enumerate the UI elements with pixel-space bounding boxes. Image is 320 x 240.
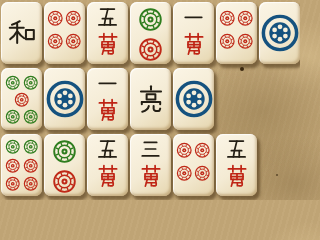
big-blue-circle-pip-icon [261,14,299,52]
red-circle-pip-icon [194,142,211,159]
red-circle-pip-icon [194,165,211,182]
tile-label: 一筒 [259,2,260,3]
red-circle-pip-icon [14,92,30,108]
word-character-亮-glyph [137,85,165,113]
tile-r2c5-一筒[interactable]: 一筒 [173,68,214,130]
big-blue-circle-pip-icon [175,80,213,118]
wan-character-glyph [225,162,249,190]
tile-r1c2-四筒[interactable]: 四筒 [44,2,85,64]
red-circle-pip-icon [65,33,82,50]
tile-r3c6-五萬[interactable]: 五萬 [216,134,257,196]
word-character-和-glyph [8,19,36,47]
numeral-一-glyph [182,6,205,28]
green-circle-pip-icon [23,109,39,125]
green-circle-pip-icon [138,7,163,32]
numeral-五-glyph [225,138,248,160]
red-circle-pip-icon [176,142,193,159]
red-circle-pip-icon [176,165,193,182]
numeral-五-glyph [96,138,119,160]
parchment-speck [240,67,244,71]
tile-r3c1-六筒[interactable]: 六筒 [1,134,42,196]
tile-r1c6-四筒[interactable]: 四筒 [216,2,257,64]
red-circle-pip-icon [237,33,254,50]
wan-character-glyph [96,162,120,190]
tile-r3c2-二筒[interactable]: 二筒 [44,134,85,196]
tile-label: 二筒 [130,2,131,3]
green-circle-pip-icon [52,139,77,164]
red-circle-pip-icon [5,158,21,174]
numeral-一-glyph [96,72,119,94]
red-circle-pip-icon [219,33,236,50]
tile-r2c2-一筒[interactable]: 一筒 [44,68,85,130]
parchment-speck [276,174,278,176]
tile-label: 一萬 [87,68,88,69]
tile-label: 四筒 [216,2,217,3]
tile-label: 三萬 [130,134,131,135]
red-circle-pip-icon [47,33,64,50]
tile-label: 亮 [130,68,131,69]
tile-label: 五萬 [87,2,88,3]
green-circle-pip-icon [5,109,21,125]
tile-label: 和 [1,2,2,3]
wan-character-glyph [96,96,120,124]
tile-label: 六筒 [1,134,2,135]
mahjong-board: 和四筒五萬二筒一萬四筒一筒五筒一筒一萬亮一筒六筒二筒五萬三萬四筒五萬 [0,0,300,200]
green-circle-pip-icon [23,75,39,91]
tile-r1c7-一筒[interactable]: 一筒 [259,2,300,64]
tile-label: 二筒 [44,134,45,135]
red-circle-pip-icon [237,10,254,27]
tile-label: 五筒 [1,68,2,69]
tile-label: 一萬 [173,2,174,3]
red-circle-pip-icon [47,10,64,27]
tile-r3c5-四筒[interactable]: 四筒 [173,134,214,196]
tile-label: 一筒 [173,68,174,69]
tile-r1c1-和[interactable]: 和 [1,2,42,64]
tile-r1c3-五萬[interactable]: 五萬 [87,2,128,64]
tile-r1c4-二筒[interactable]: 二筒 [130,2,171,64]
numeral-五-glyph [96,6,119,28]
wan-character-glyph [182,30,206,58]
red-circle-pip-icon [5,176,21,192]
green-circle-pip-icon [23,139,39,155]
tile-r2c4-亮[interactable]: 亮 [130,68,171,130]
tile-label: 一筒 [44,68,45,69]
tile-label: 五萬 [87,134,88,135]
tile-label: 四筒 [173,134,174,135]
red-circle-pip-icon [65,10,82,27]
tile-label: 五萬 [216,134,217,135]
red-circle-pip-icon [138,37,163,62]
wan-character-glyph [139,162,163,190]
green-circle-pip-icon [5,75,21,91]
wan-character-glyph [96,30,120,58]
numeral-三-glyph [139,138,162,160]
big-blue-circle-pip-icon [46,80,84,118]
red-circle-pip-icon [23,176,39,192]
red-circle-pip-icon [219,10,236,27]
tile-r3c3-五萬[interactable]: 五萬 [87,134,128,196]
red-circle-pip-icon [52,169,77,194]
red-circle-pip-icon [23,158,39,174]
green-circle-pip-icon [5,139,21,155]
tile-r2c1-五筒[interactable]: 五筒 [1,68,42,130]
tile-r3c4-三萬[interactable]: 三萬 [130,134,171,196]
tile-r1c5-一萬[interactable]: 一萬 [173,2,214,64]
tile-label: 四筒 [44,2,45,3]
tile-r2c3-一萬[interactable]: 一萬 [87,68,128,130]
